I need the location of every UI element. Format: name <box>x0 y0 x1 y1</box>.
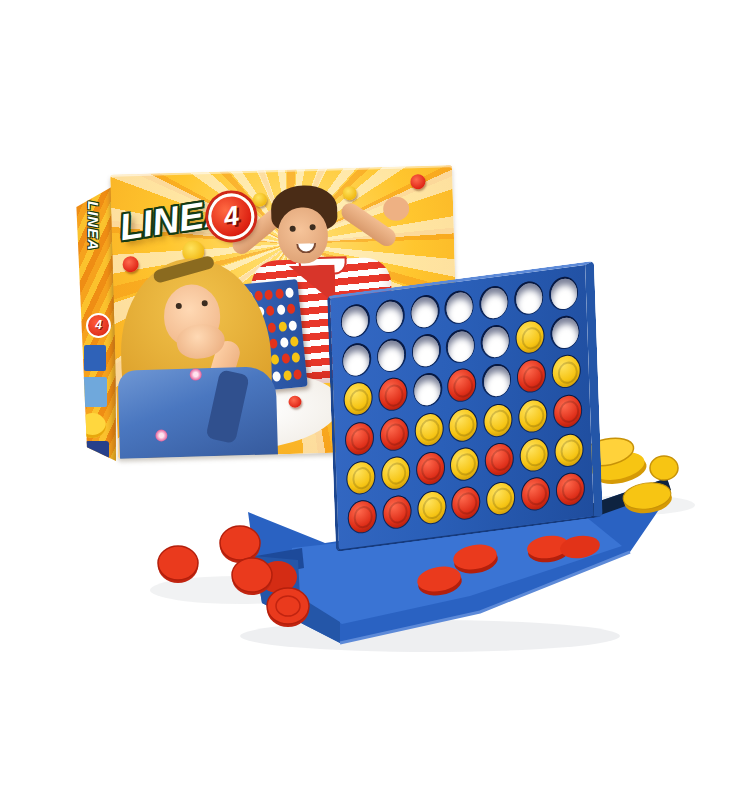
board-cell <box>343 456 379 500</box>
yellow-disc <box>484 403 512 438</box>
red-disc <box>522 477 550 512</box>
empty-slot-opening <box>515 281 542 314</box>
empty-slot <box>410 293 440 330</box>
board-cell <box>482 437 518 481</box>
board-cell <box>373 334 409 378</box>
empty-slot-opening <box>343 343 370 376</box>
empty-slot <box>340 303 370 340</box>
red-disc <box>486 442 514 477</box>
board-cell <box>514 355 550 399</box>
empty-slot <box>481 323 511 360</box>
loose-red-disc <box>158 546 198 580</box>
board-cell <box>476 281 512 325</box>
red-disc-hole <box>521 475 551 512</box>
red-disc-hole <box>379 415 409 452</box>
product-photo: { "scene": "Product photo of a Connect F… <box>0 0 744 800</box>
board-cell <box>340 377 376 421</box>
board-cell <box>407 290 443 334</box>
empty-slot <box>376 337 406 374</box>
empty-slot <box>482 363 512 400</box>
yellow-disc-hole <box>343 381 373 418</box>
board-cell <box>548 350 584 394</box>
empty-slot-opening <box>552 316 579 349</box>
red-disc <box>554 394 582 429</box>
yellow-disc <box>519 398 547 433</box>
board-cell <box>448 481 484 525</box>
board-cell <box>344 495 380 539</box>
board-cell <box>337 299 373 343</box>
empty-slot-opening <box>342 304 369 337</box>
red-disc <box>518 359 546 394</box>
red-disc-hole <box>347 498 377 535</box>
yellow-disc <box>344 382 372 417</box>
empty-slot <box>342 342 372 379</box>
board-cell <box>446 403 482 447</box>
board-cell <box>551 428 587 472</box>
board-cell <box>546 272 582 316</box>
board-cell <box>552 467 588 511</box>
empty-slot-opening <box>446 291 473 324</box>
board-cell <box>441 285 477 329</box>
board-cell <box>518 472 554 516</box>
empty-slot-opening <box>414 373 441 406</box>
empty-slot <box>375 298 405 335</box>
red-disc-hole <box>378 376 408 413</box>
red-disc <box>348 499 376 534</box>
board-cell <box>376 412 412 456</box>
red-disc <box>345 421 373 456</box>
red-disc-hole <box>344 420 374 457</box>
yellow-disc-hole <box>554 432 584 469</box>
board-cell <box>414 486 450 530</box>
red-disc <box>383 495 411 530</box>
yellow-disc-hole <box>519 436 549 473</box>
empty-slot-opening <box>411 295 438 328</box>
red-disc-hole <box>517 358 547 395</box>
board-cell <box>372 295 408 339</box>
yellow-disc <box>552 355 580 390</box>
yellow-disc-hole <box>450 445 480 482</box>
yellow-disc <box>415 412 443 447</box>
board-cell <box>447 442 483 486</box>
board-cell <box>483 477 519 521</box>
red-disc <box>448 368 476 403</box>
empty-slot <box>412 372 442 409</box>
yellow-disc-hole <box>414 411 444 448</box>
yellow-disc-hole <box>346 459 376 496</box>
empty-slot <box>444 289 474 326</box>
board-cell <box>444 364 480 408</box>
red-disc-hole <box>451 485 481 522</box>
yellow-disc-hole <box>380 455 410 492</box>
empty-slot-opening <box>378 339 405 372</box>
empty-slot <box>550 314 580 351</box>
board-cell <box>412 447 448 491</box>
yellow-disc <box>555 433 583 468</box>
empty-slot-opening <box>413 334 440 367</box>
yellow-disc-hole <box>551 353 581 390</box>
empty-slot-opening <box>550 277 577 310</box>
empty-slot-opening <box>481 286 508 319</box>
board-cell <box>443 325 479 369</box>
board-cell <box>377 451 413 495</box>
board-cell <box>512 315 548 359</box>
board-cell <box>547 311 583 355</box>
red-disc <box>380 417 408 452</box>
red-disc-hole <box>555 471 585 508</box>
red-disc <box>416 451 444 486</box>
loose-yellow-disc <box>650 456 678 480</box>
board-cell <box>341 417 377 461</box>
empty-slot <box>549 275 579 312</box>
yellow-disc <box>418 490 446 525</box>
red-disc <box>379 377 407 412</box>
empty-slot-opening <box>482 325 509 358</box>
empty-slot <box>479 284 509 321</box>
board-cell <box>409 368 445 412</box>
empty-slot-opening <box>483 364 510 397</box>
empty-slot-opening <box>377 300 404 333</box>
empty-slot <box>411 333 441 370</box>
connect-four-board <box>327 261 603 552</box>
board-cell <box>478 320 514 364</box>
red-disc <box>556 472 584 507</box>
yellow-disc <box>347 460 375 495</box>
yellow-disc <box>520 437 548 472</box>
yellow-disc-hole <box>515 319 545 356</box>
board-cell <box>550 389 586 433</box>
empty-slot-opening <box>447 330 474 363</box>
loose-red-disc <box>267 588 309 624</box>
board-cell <box>411 407 447 451</box>
red-disc-hole <box>485 441 515 478</box>
board-cell <box>479 359 515 403</box>
yellow-disc <box>487 481 515 516</box>
yellow-disc-hole <box>417 489 447 526</box>
yellow-disc <box>450 407 478 442</box>
empty-slot <box>514 280 544 317</box>
board-cell <box>511 276 547 320</box>
board-cell <box>339 338 375 382</box>
loose-red-disc <box>232 558 272 592</box>
yellow-disc-hole <box>483 402 513 439</box>
yellow-disc-hole <box>449 406 479 443</box>
board-cell <box>379 490 415 534</box>
board-cell <box>515 394 551 438</box>
yellow-disc <box>381 456 409 491</box>
red-disc-hole <box>553 393 583 430</box>
red-disc-hole <box>447 367 477 404</box>
board-cell <box>375 373 411 417</box>
red-disc <box>452 486 480 521</box>
empty-slot <box>446 328 476 365</box>
red-disc-hole <box>415 450 445 487</box>
yellow-disc <box>516 320 544 355</box>
yellow-disc <box>451 447 479 482</box>
loose-red-disc <box>220 526 260 560</box>
board-cell <box>480 398 516 442</box>
board-cell <box>516 433 552 477</box>
red-disc-hole <box>382 494 412 531</box>
yellow-disc-hole <box>486 480 516 517</box>
board-cell <box>408 329 444 373</box>
yellow-disc-hole <box>518 397 548 434</box>
